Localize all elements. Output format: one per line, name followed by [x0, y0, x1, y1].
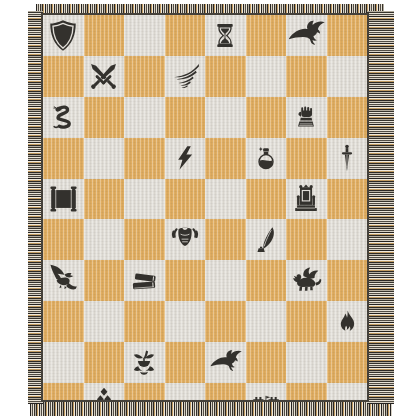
- square-r8c8: [327, 301, 368, 342]
- blanket-photo: [0, 0, 416, 416]
- square-r5c4: [165, 179, 206, 220]
- dragon-small-icon: [209, 346, 242, 379]
- square-r7c6: [246, 260, 287, 301]
- square-r1c6: [246, 15, 287, 56]
- square-r9c5: [205, 342, 246, 383]
- checkerboard: [43, 15, 367, 400]
- square-r2c5: [205, 56, 246, 97]
- square-r10c6: [246, 383, 287, 400]
- square-r9c7: [286, 342, 327, 383]
- square-r1c4: [165, 15, 206, 56]
- square-r10c5: [205, 383, 246, 400]
- quill-icon: [251, 222, 281, 257]
- square-r10c1: [43, 383, 84, 400]
- square-r10c7: [286, 383, 327, 400]
- dragon-soaring-icon: [44, 263, 82, 299]
- square-r4c8: [327, 138, 368, 179]
- square-r4c5: [205, 138, 246, 179]
- lightning-icon: [172, 140, 198, 176]
- square-r5c3: [124, 179, 165, 220]
- hourglass-icon: [211, 18, 239, 53]
- square-r9c6: [246, 342, 287, 383]
- square-r9c4: [165, 342, 206, 383]
- square-r3c8: [327, 97, 368, 138]
- square-r8c4: [165, 301, 206, 342]
- square-r2c3: [124, 56, 165, 97]
- square-r4c4: [165, 138, 206, 179]
- square-r1c8: [327, 15, 368, 56]
- square-r6c8: [327, 219, 368, 260]
- square-r4c3: [124, 138, 165, 179]
- square-r2c2: [84, 56, 125, 97]
- snake-icon: [48, 99, 78, 136]
- square-r3c1: [43, 97, 84, 138]
- fringe-top: [36, 4, 384, 15]
- diamonds-icon: [85, 384, 123, 400]
- plant-hands-icon: [128, 346, 160, 380]
- square-r5c8: [327, 179, 368, 220]
- square-r2c1: [43, 56, 84, 97]
- square-r6c5: [205, 219, 246, 260]
- square-r4c7: [286, 138, 327, 179]
- square-r5c2: [84, 179, 125, 220]
- square-r7c1: [43, 260, 84, 301]
- flame-icon: [333, 305, 361, 339]
- fringe-left: [28, 11, 43, 404]
- square-r3c7: [286, 97, 327, 138]
- square-r1c5: [205, 15, 246, 56]
- square-r5c6: [246, 179, 287, 220]
- square-r10c8: [327, 383, 368, 400]
- square-r7c3: [124, 260, 165, 301]
- square-r2c4: [165, 56, 206, 97]
- square-r6c3: [124, 219, 165, 260]
- square-r4c1: [43, 138, 84, 179]
- square-r3c5: [205, 97, 246, 138]
- square-r7c4: [165, 260, 206, 301]
- square-r7c8: [327, 260, 368, 301]
- gauntlet-icon: [292, 100, 320, 134]
- square-r6c7: [286, 219, 327, 260]
- square-r7c7: [286, 260, 327, 301]
- griffin-icon: [287, 264, 325, 298]
- square-r6c6: [246, 219, 287, 260]
- square-r8c2: [84, 301, 125, 342]
- throne-icon: [290, 181, 322, 216]
- square-r10c3: [124, 383, 165, 400]
- square-r9c3: [124, 342, 165, 383]
- square-r2c6: [246, 56, 287, 97]
- wing-icon: [166, 60, 203, 92]
- books-icon: [126, 264, 162, 298]
- square-r8c1: [43, 301, 84, 342]
- square-r8c5: [205, 301, 246, 342]
- square-r3c6: [246, 97, 287, 138]
- square-r3c4: [165, 97, 206, 138]
- square-r1c7: [286, 15, 327, 56]
- square-r5c5: [205, 179, 246, 220]
- fringe-bottom: [30, 400, 392, 416]
- square-r6c1: [43, 219, 84, 260]
- square-r4c2: [84, 138, 125, 179]
- crossed-swords-icon: [85, 58, 122, 95]
- woven-blanket: [28, 4, 394, 416]
- square-r3c3: [124, 97, 165, 138]
- scroll-icon: [46, 182, 81, 216]
- square-r7c2: [84, 260, 125, 301]
- square-r7c5: [205, 260, 246, 301]
- square-r6c2: [84, 219, 125, 260]
- square-r1c1: [43, 15, 84, 56]
- potion-icon: [252, 141, 280, 176]
- fringe-right: [367, 11, 394, 404]
- castle-icon: [249, 386, 283, 400]
- dragon-icon: [287, 16, 325, 54]
- square-r9c1: [43, 342, 84, 383]
- square-r5c7: [286, 179, 327, 220]
- square-r5c1: [43, 179, 84, 220]
- square-r4c6: [246, 138, 287, 179]
- square-r6c4: [165, 219, 206, 260]
- square-r9c2: [84, 342, 125, 383]
- square-r8c3: [124, 301, 165, 342]
- square-r8c7: [286, 301, 327, 342]
- shield-icon: [46, 17, 80, 54]
- square-r10c2: [84, 383, 125, 400]
- dagger-icon: [332, 140, 362, 176]
- square-r1c2: [84, 15, 125, 56]
- square-r10c4: [165, 383, 206, 400]
- square-r2c7: [286, 56, 327, 97]
- square-r9c8: [327, 342, 368, 383]
- square-r1c3: [124, 15, 165, 56]
- square-r3c2: [84, 97, 125, 138]
- armor-icon: [167, 223, 203, 256]
- square-r8c6: [246, 301, 287, 342]
- square-r2c8: [327, 56, 368, 97]
